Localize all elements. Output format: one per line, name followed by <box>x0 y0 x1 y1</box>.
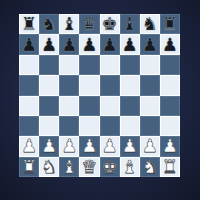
square-g8[interactable]: ♞ <box>140 14 160 34</box>
square-d8[interactable]: ♛ <box>79 14 99 34</box>
white-knight[interactable]: ♞ <box>142 157 158 175</box>
square-d5[interactable] <box>79 75 99 95</box>
white-pawn[interactable]: ♟ <box>61 137 77 155</box>
black-pawn[interactable]: ♟ <box>122 35 138 53</box>
white-rook[interactable]: ♜ <box>162 157 178 175</box>
black-pawn[interactable]: ♟ <box>41 35 57 53</box>
square-e3[interactable] <box>100 116 120 136</box>
square-g1[interactable]: ♞ <box>140 157 160 177</box>
square-c5[interactable] <box>59 75 79 95</box>
square-e1[interactable]: ♚ <box>100 157 120 177</box>
black-bishop[interactable]: ♝ <box>122 15 138 33</box>
square-e7[interactable]: ♟ <box>100 34 120 54</box>
square-c1[interactable]: ♝ <box>59 157 79 177</box>
black-pawn[interactable]: ♟ <box>81 35 97 53</box>
square-f8[interactable]: ♝ <box>120 14 140 34</box>
square-f1[interactable]: ♝ <box>120 157 140 177</box>
square-g7[interactable]: ♟ <box>140 34 160 54</box>
square-a8[interactable]: ♜ <box>19 14 39 34</box>
square-h7[interactable]: ♟ <box>160 34 180 54</box>
white-rook[interactable]: ♜ <box>21 157 37 175</box>
square-d1[interactable]: ♛ <box>79 157 99 177</box>
square-a1[interactable]: ♜ <box>19 157 39 177</box>
square-d3[interactable] <box>79 116 99 136</box>
square-c8[interactable]: ♝ <box>59 14 79 34</box>
black-rook[interactable]: ♜ <box>162 15 178 33</box>
square-f4[interactable] <box>120 96 140 116</box>
square-d4[interactable] <box>79 96 99 116</box>
square-d6[interactable] <box>79 55 99 75</box>
square-e4[interactable] <box>100 96 120 116</box>
square-h1[interactable]: ♜ <box>160 157 180 177</box>
black-pawn[interactable]: ♟ <box>162 35 178 53</box>
square-a6[interactable] <box>19 55 39 75</box>
black-bishop[interactable]: ♝ <box>61 15 77 33</box>
square-f6[interactable] <box>120 55 140 75</box>
square-c4[interactable] <box>59 96 79 116</box>
square-g5[interactable] <box>140 75 160 95</box>
square-h4[interactable] <box>160 96 180 116</box>
square-h5[interactable] <box>160 75 180 95</box>
white-pawn[interactable]: ♟ <box>41 137 57 155</box>
white-pawn[interactable]: ♟ <box>122 137 138 155</box>
black-pawn[interactable]: ♟ <box>101 35 117 53</box>
black-pawn[interactable]: ♟ <box>21 35 37 53</box>
white-pawn[interactable]: ♟ <box>162 137 178 155</box>
square-a7[interactable]: ♟ <box>19 34 39 54</box>
black-rook[interactable]: ♜ <box>21 15 37 33</box>
square-b1[interactable]: ♞ <box>39 157 59 177</box>
white-bishop[interactable]: ♝ <box>61 157 77 175</box>
square-b3[interactable] <box>39 116 59 136</box>
square-h8[interactable]: ♜ <box>160 14 180 34</box>
square-b6[interactable] <box>39 55 59 75</box>
black-knight[interactable]: ♞ <box>41 15 57 33</box>
square-e8[interactable]: ♚ <box>100 14 120 34</box>
square-h6[interactable] <box>160 55 180 75</box>
white-queen[interactable]: ♛ <box>81 157 97 175</box>
black-knight[interactable]: ♞ <box>142 15 158 33</box>
app-background: ♜♞♝♛♚♝♞♜♟♟♟♟♟♟♟♟♟♟♟♟♟♟♟♟♜♞♝♛♚♝♞♜ <box>0 0 200 200</box>
square-a3[interactable] <box>19 116 39 136</box>
square-c3[interactable] <box>59 116 79 136</box>
square-f3[interactable] <box>120 116 140 136</box>
square-e6[interactable] <box>100 55 120 75</box>
white-king[interactable]: ♚ <box>101 157 117 175</box>
square-e2[interactable]: ♟ <box>100 136 120 156</box>
square-d2[interactable]: ♟ <box>79 136 99 156</box>
square-g2[interactable]: ♟ <box>140 136 160 156</box>
white-bishop[interactable]: ♝ <box>122 157 138 175</box>
square-g4[interactable] <box>140 96 160 116</box>
square-c7[interactable]: ♟ <box>59 34 79 54</box>
square-c2[interactable]: ♟ <box>59 136 79 156</box>
black-pawn[interactable]: ♟ <box>61 35 77 53</box>
square-a2[interactable]: ♟ <box>19 136 39 156</box>
square-g3[interactable] <box>140 116 160 136</box>
square-h3[interactable] <box>160 116 180 136</box>
square-b8[interactable]: ♞ <box>39 14 59 34</box>
white-pawn[interactable]: ♟ <box>101 137 117 155</box>
square-f2[interactable]: ♟ <box>120 136 140 156</box>
square-e5[interactable] <box>100 75 120 95</box>
square-a4[interactable] <box>19 96 39 116</box>
square-a5[interactable] <box>19 75 39 95</box>
chess-board: ♜♞♝♛♚♝♞♜♟♟♟♟♟♟♟♟♟♟♟♟♟♟♟♟♜♞♝♛♚♝♞♜ <box>19 14 180 177</box>
square-b4[interactable] <box>39 96 59 116</box>
square-f5[interactable] <box>120 75 140 95</box>
black-king[interactable]: ♚ <box>101 15 117 33</box>
white-knight[interactable]: ♞ <box>41 157 57 175</box>
white-pawn[interactable]: ♟ <box>142 137 158 155</box>
square-g6[interactable] <box>140 55 160 75</box>
square-b5[interactable] <box>39 75 59 95</box>
square-c6[interactable] <box>59 55 79 75</box>
black-queen[interactable]: ♛ <box>81 15 97 33</box>
square-f7[interactable]: ♟ <box>120 34 140 54</box>
square-d7[interactable]: ♟ <box>79 34 99 54</box>
square-b7[interactable]: ♟ <box>39 34 59 54</box>
square-h2[interactable]: ♟ <box>160 136 180 156</box>
square-b2[interactable]: ♟ <box>39 136 59 156</box>
black-pawn[interactable]: ♟ <box>142 35 158 53</box>
white-pawn[interactable]: ♟ <box>81 137 97 155</box>
white-pawn[interactable]: ♟ <box>21 137 37 155</box>
